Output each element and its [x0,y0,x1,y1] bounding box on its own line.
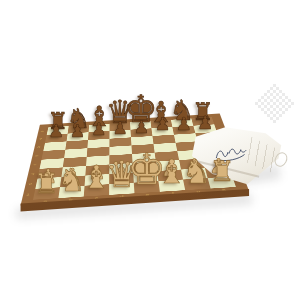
rank-label-7: 7 [39,138,43,140]
square-b1 [58,186,84,198]
rank-label-6: 6 [37,146,41,148]
file-label-g: g [196,190,201,194]
rank-label-4: 4 [33,163,37,166]
rank-label-1: 1 [26,193,31,196]
file-label-e: e [145,193,149,197]
square-d1 [109,183,134,195]
file-label-c: c [94,196,98,200]
square-e1 [134,181,160,193]
rank-label-3: 3 [30,173,34,176]
square-f1 [158,180,185,192]
brand-watermark [255,84,294,123]
file-label-h: h [221,188,226,192]
square-a1 [33,187,60,199]
watermark-cell [291,120,294,123]
file-label-b: b [68,198,73,202]
square-c1 [84,184,109,196]
cloth-bag [192,126,284,186]
rank-label-5: 5 [35,154,39,156]
file-label-a: a [43,199,48,203]
rank-label-2: 2 [28,183,33,186]
product-photo-scene: abcdefgh12345678 ♜♞♝♛♚♝♞♜♟♟♟♟♟♟♟♟♟♟♟♟♟♟♟… [0,0,300,300]
rank-label-8: 8 [40,130,44,132]
script-logo-icon [213,142,251,164]
file-label-d: d [120,194,124,198]
file-label-f: f [171,191,174,195]
